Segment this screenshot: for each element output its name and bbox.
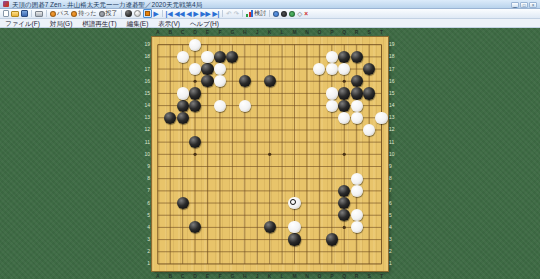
undo-move-button[interactable]: 待った <box>71 9 96 18</box>
toolbar-separator <box>46 10 47 17</box>
coord-number-right: 4 <box>389 224 401 231</box>
print-button-icon <box>35 11 43 17</box>
stone-black-D15 <box>189 87 201 99</box>
nav-back10-button-icon: ◀◀ <box>174 9 184 18</box>
territory-button-icon <box>281 11 287 17</box>
coord-letter-top: L <box>278 29 287 36</box>
nav-back-button-icon: ◀ <box>186 9 191 18</box>
coord-number-right: 7 <box>389 187 401 194</box>
stone-black-S15 <box>363 87 375 99</box>
count-button[interactable] <box>289 9 295 18</box>
coord-letter-bottom: D <box>191 273 200 279</box>
coord-number-left: 1 <box>138 260 150 267</box>
coord-letter-top: R <box>352 29 361 36</box>
redo-button[interactable]: ↷ <box>234 9 239 18</box>
coord-number-right: 3 <box>389 236 401 243</box>
coord-letter-bottom: C <box>178 273 187 279</box>
coord-number-right: 14 <box>389 102 401 109</box>
coord-letter-bottom: T <box>377 273 386 279</box>
coord-letter-top: S <box>365 29 374 36</box>
board-background: AABBCCDDEEFFGGHHJJKKLLMMNNOOPPQQRRSSTT19… <box>0 28 540 279</box>
coord-letter-top: N <box>302 29 311 36</box>
coord-number-left: 11 <box>138 139 150 146</box>
nav-back10-button[interactable]: ◀◀ <box>174 9 184 18</box>
menu-game[interactable]: 対局(G) <box>45 19 77 28</box>
coord-number-right: 16 <box>389 78 401 85</box>
resign-button-label: 投了 <box>106 9 118 18</box>
coord-number-left: 14 <box>138 102 150 109</box>
stone-white-D19 <box>189 39 201 51</box>
analysis-button-icon <box>246 10 253 17</box>
coord-number-right: 17 <box>389 66 401 73</box>
coord-letter-bottom: R <box>352 273 361 279</box>
stone-black-E16 <box>201 75 213 87</box>
play-button-icon: ▶ <box>154 9 159 18</box>
undo-button-icon: ↶ <box>226 9 231 18</box>
coord-number-right: 11 <box>389 139 401 146</box>
stone-white-H14 <box>239 100 251 112</box>
toolbar: パス待った投了▶|◀◀◀◀▶▶▶▶|↶↷検討◇× <box>0 9 540 19</box>
stone-white-P18 <box>326 51 338 63</box>
analysis-button-label: 検討 <box>254 9 266 18</box>
coord-number-left: 3 <box>138 236 150 243</box>
app-window: 天頂の囲碁7 Zen - 井山裕太天元ー一力遼碁聖／2020天元戦第4局 ▁ □… <box>0 0 540 279</box>
menubar: ファイル(F)対局(G)棋譜再生(T)編集(E)表示(V)ヘルプ(H) <box>0 19 540 28</box>
coord-number-left: 18 <box>138 53 150 60</box>
black-stone-button[interactable] <box>125 9 132 18</box>
stone-white-P14 <box>326 100 338 112</box>
coord-number-right: 13 <box>389 114 401 121</box>
stone-black-Q15 <box>338 87 350 99</box>
window-title: 天頂の囲碁7 Zen - 井山裕太天元ー一力遼碁聖／2020天元戦第4局 <box>12 0 202 9</box>
coord-number-left: 5 <box>138 212 150 219</box>
coord-letter-bottom: S <box>365 273 374 279</box>
hint-button-icon <box>273 11 279 17</box>
coord-number-left: 4 <box>138 224 150 231</box>
coord-number-right: 2 <box>389 248 401 255</box>
coord-letter-top: G <box>228 29 237 36</box>
coord-letter-top: J <box>253 29 262 36</box>
coord-letter-top: E <box>203 29 212 36</box>
coord-letter-bottom: N <box>302 273 311 279</box>
coord-number-right: 18 <box>389 53 401 60</box>
coord-letter-top: T <box>377 29 386 36</box>
coord-letter-top: M <box>290 29 299 36</box>
coord-number-left: 17 <box>138 66 150 73</box>
stone-black-F18 <box>214 51 226 63</box>
coord-letter-bottom: M <box>290 273 299 279</box>
nav-first-button[interactable]: |◀ <box>166 9 173 18</box>
stone-black-C13 <box>177 112 189 124</box>
coord-number-left: 7 <box>138 187 150 194</box>
toolbar-separator <box>269 10 270 17</box>
stone-black-D14 <box>189 100 201 112</box>
stone-white-T13 <box>375 112 387 124</box>
stone-white-R5 <box>351 209 363 221</box>
stone-black-C14 <box>177 100 189 112</box>
coord-letter-bottom: J <box>253 273 262 279</box>
new-file-button-icon <box>3 10 9 17</box>
print-button[interactable] <box>35 9 43 18</box>
stone-white-R8 <box>351 173 363 185</box>
maximize-button[interactable]: □ <box>520 2 528 8</box>
coord-letter-top: P <box>327 29 336 36</box>
coord-number-right: 6 <box>389 200 401 207</box>
coord-letter-top: A <box>153 29 162 36</box>
coord-number-right: 9 <box>389 163 401 170</box>
stone-black-R16 <box>351 75 363 87</box>
coord-letter-bottom: G <box>228 273 237 279</box>
coord-letter-top: O <box>315 29 324 36</box>
board-mode-button[interactable] <box>143 9 152 18</box>
stone-black-P3 <box>326 233 338 245</box>
coord-number-right: 5 <box>389 212 401 219</box>
nav-back-button[interactable]: ◀ <box>186 9 191 18</box>
coord-number-right: 15 <box>389 90 401 97</box>
stone-white-C18 <box>177 51 189 63</box>
nav-fwd10-button[interactable]: ▶▶ <box>200 9 210 18</box>
nav-forward-button[interactable]: ▶ <box>193 9 198 18</box>
erase-button-icon: ◇ <box>297 9 302 18</box>
stone-white-R14 <box>351 100 363 112</box>
stone-white-R13 <box>351 112 363 124</box>
coord-number-right: 1 <box>389 260 401 267</box>
stone-black-R15 <box>351 87 363 99</box>
coord-letter-top: H <box>240 29 249 36</box>
save-button-icon <box>21 10 28 17</box>
stone-white-M4 <box>288 221 300 233</box>
coord-number-left: 9 <box>138 163 150 170</box>
toolbar-separator <box>121 10 122 17</box>
count-button-icon <box>289 11 295 17</box>
stone-black-R18 <box>351 51 363 63</box>
close-game-button-icon: × <box>304 9 308 18</box>
titlebar[interactable]: 天頂の囲碁7 Zen - 井山裕太天元ー一力遼碁聖／2020天元戦第4局 ▁ □… <box>0 0 540 9</box>
coord-number-right: 19 <box>389 41 401 48</box>
stone-white-R7 <box>351 185 363 197</box>
minimize-button[interactable]: ▁ <box>511 2 519 8</box>
coord-letter-bottom: B <box>166 273 175 279</box>
stone-white-P17 <box>326 63 338 75</box>
menu-replay[interactable]: 棋譜再生(T) <box>77 19 121 28</box>
hint-button[interactable] <box>273 9 279 18</box>
coord-number-right: 8 <box>389 175 401 182</box>
coord-letter-bottom: P <box>327 273 336 279</box>
stone-white-C15 <box>177 87 189 99</box>
coord-number-right: 10 <box>389 151 401 158</box>
redo-button-icon: ↷ <box>234 9 239 18</box>
coord-letter-top: D <box>191 29 200 36</box>
white-stone-button[interactable] <box>134 9 141 18</box>
territory-button[interactable] <box>281 9 287 18</box>
nav-last-button[interactable]: ▶| <box>212 9 219 18</box>
coord-letter-top: B <box>166 29 175 36</box>
resign-button[interactable]: 投了 <box>99 9 118 18</box>
undo-move-button-label: 待った <box>78 9 96 18</box>
analysis-button[interactable]: 検討 <box>246 9 266 18</box>
open-file-button-icon <box>11 11 19 17</box>
coord-letter-top: F <box>215 29 224 36</box>
coord-letter-bottom: A <box>153 273 162 279</box>
coord-letter-bottom: Q <box>340 273 349 279</box>
open-file-button[interactable] <box>11 9 19 18</box>
stone-black-M3 <box>288 233 300 245</box>
stone-white-F14 <box>214 100 226 112</box>
toolbar-separator <box>31 10 32 17</box>
stone-black-C6 <box>177 197 189 209</box>
coord-number-left: 8 <box>138 175 150 182</box>
nav-fwd10-button-icon: ▶▶ <box>200 9 210 18</box>
coord-number-left: 13 <box>138 114 150 121</box>
coord-letter-bottom: O <box>315 273 324 279</box>
pass-button-label: パス <box>57 9 69 18</box>
nav-forward-button-icon: ▶ <box>193 9 198 18</box>
menu-edit[interactable]: 編集(E) <box>122 19 154 28</box>
stone-black-E17 <box>201 63 213 75</box>
coord-number-left: 12 <box>138 126 150 133</box>
stone-black-K16 <box>264 75 276 87</box>
coord-number-left: 19 <box>138 41 150 48</box>
coord-letter-top: Q <box>340 29 349 36</box>
nav-first-button-icon: |◀ <box>166 9 173 18</box>
play-button[interactable]: ▶ <box>154 9 159 18</box>
coord-letter-top: C <box>178 29 187 36</box>
toolbar-separator <box>222 10 223 17</box>
resign-button-icon <box>99 11 105 17</box>
coord-letter-bottom: K <box>265 273 274 279</box>
white-stone-button-icon <box>134 10 141 17</box>
menu-file[interactable]: ファイル(F) <box>0 19 45 28</box>
erase-button[interactable]: ◇ <box>297 9 302 18</box>
coord-number-left: 10 <box>138 151 150 158</box>
nav-last-button-icon: ▶| <box>212 9 219 18</box>
close-button[interactable]: × <box>529 2 537 8</box>
menu-help[interactable]: ヘルプ(H) <box>185 19 224 28</box>
coord-number-left: 16 <box>138 78 150 85</box>
stone-white-P15 <box>326 87 338 99</box>
coord-number-left: 15 <box>138 90 150 97</box>
coord-number-right: 12 <box>389 126 401 133</box>
coord-letter-bottom: H <box>240 273 249 279</box>
coord-number-left: 2 <box>138 248 150 255</box>
undo-button[interactable]: ↶ <box>226 9 231 18</box>
coord-letter-bottom: E <box>203 273 212 279</box>
coord-letter-bottom: F <box>215 273 224 279</box>
black-stone-button-icon <box>125 10 132 17</box>
stone-black-Q14 <box>338 100 350 112</box>
menu-view[interactable]: 表示(V) <box>153 19 185 28</box>
toolbar-separator <box>162 10 163 17</box>
pass-button-icon <box>50 11 56 17</box>
save-button[interactable] <box>21 9 28 18</box>
new-file-button[interactable] <box>3 9 9 18</box>
stone-white-E18 <box>201 51 213 63</box>
pass-button[interactable]: パス <box>50 9 69 18</box>
toolbar-separator <box>242 10 243 17</box>
close-game-button[interactable]: × <box>304 9 308 18</box>
coord-letter-top: K <box>265 29 274 36</box>
coord-letter-bottom: L <box>278 273 287 279</box>
coord-number-left: 6 <box>138 200 150 207</box>
board-mode-button-icon <box>143 9 152 18</box>
app-icon <box>3 1 9 7</box>
undo-move-button-icon <box>71 11 77 17</box>
go-board[interactable] <box>152 37 388 271</box>
